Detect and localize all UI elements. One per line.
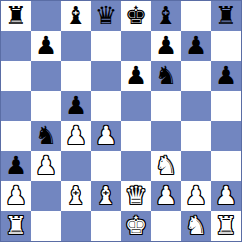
square-h7[interactable] (211, 31, 241, 61)
square-e7[interactable] (121, 31, 151, 61)
square-h1[interactable]: ♜ (211, 211, 241, 241)
square-e5[interactable] (121, 91, 151, 121)
square-d1[interactable] (91, 211, 121, 241)
square-f6[interactable]: ♞ (151, 61, 181, 91)
chess-board: ♜♝♛♚♝♜♟♟♟♟♞♟♟♞♟♟♟♟♞♟♝♝♛♟♟♟♜♚♞♜ (0, 0, 242, 242)
square-c5[interactable]: ♟ (61, 91, 91, 121)
square-c8[interactable]: ♝ (61, 1, 91, 31)
square-f8[interactable]: ♝ (151, 1, 181, 31)
square-d8[interactable]: ♛ (91, 1, 121, 31)
square-e1[interactable]: ♚ (121, 211, 151, 241)
square-g7[interactable]: ♟ (181, 31, 211, 61)
square-h8[interactable]: ♜ (211, 1, 241, 31)
white-knight-piece[interactable]: ♞ (155, 153, 177, 178)
square-a2[interactable]: ♟ (1, 181, 31, 211)
white-bishop-piece[interactable]: ♝ (95, 183, 117, 208)
square-e8[interactable]: ♚ (121, 1, 151, 31)
square-h6[interactable]: ♟ (211, 61, 241, 91)
square-h5[interactable] (211, 91, 241, 121)
black-pawn-piece[interactable]: ♟ (185, 33, 207, 58)
square-b4[interactable]: ♞ (31, 121, 61, 151)
square-g3[interactable] (181, 151, 211, 181)
white-pawn-piece[interactable]: ♟ (65, 123, 87, 148)
square-a6[interactable] (1, 61, 31, 91)
black-king-piece[interactable]: ♚ (125, 3, 147, 28)
square-e4[interactable] (121, 121, 151, 151)
square-e6[interactable]: ♟ (121, 61, 151, 91)
white-rook-piece[interactable]: ♜ (5, 213, 27, 238)
square-d6[interactable] (91, 61, 121, 91)
square-e2[interactable]: ♛ (121, 181, 151, 211)
white-knight-piece[interactable]: ♞ (185, 213, 207, 238)
square-c2[interactable]: ♝ (61, 181, 91, 211)
square-c6[interactable] (61, 61, 91, 91)
square-e3[interactable] (121, 151, 151, 181)
square-h3[interactable] (211, 151, 241, 181)
white-pawn-piece[interactable]: ♟ (185, 183, 207, 208)
white-pawn-piece[interactable]: ♟ (95, 123, 117, 148)
black-bishop-piece[interactable]: ♝ (155, 3, 177, 28)
square-f2[interactable]: ♟ (151, 181, 181, 211)
white-pawn-piece[interactable]: ♟ (155, 183, 177, 208)
square-f5[interactable] (151, 91, 181, 121)
black-pawn-piece[interactable]: ♟ (125, 63, 147, 88)
square-d5[interactable] (91, 91, 121, 121)
square-c3[interactable] (61, 151, 91, 181)
black-pawn-piece[interactable]: ♟ (5, 153, 27, 178)
square-b5[interactable] (31, 91, 61, 121)
black-knight-piece[interactable]: ♞ (35, 123, 57, 148)
white-pawn-piece[interactable]: ♟ (5, 183, 27, 208)
white-pawn-piece[interactable]: ♟ (35, 153, 57, 178)
square-b3[interactable]: ♟ (31, 151, 61, 181)
square-b7[interactable]: ♟ (31, 31, 61, 61)
square-a8[interactable]: ♜ (1, 1, 31, 31)
square-d7[interactable] (91, 31, 121, 61)
square-c1[interactable] (61, 211, 91, 241)
square-b8[interactable] (31, 1, 61, 31)
square-g2[interactable]: ♟ (181, 181, 211, 211)
white-king-piece[interactable]: ♚ (125, 213, 147, 238)
square-h2[interactable]: ♟ (211, 181, 241, 211)
square-a5[interactable] (1, 91, 31, 121)
square-a3[interactable]: ♟ (1, 151, 31, 181)
square-b2[interactable] (31, 181, 61, 211)
square-g1[interactable]: ♞ (181, 211, 211, 241)
square-g4[interactable] (181, 121, 211, 151)
square-h4[interactable] (211, 121, 241, 151)
square-f4[interactable] (151, 121, 181, 151)
white-bishop-piece[interactable]: ♝ (65, 183, 87, 208)
square-a4[interactable] (1, 121, 31, 151)
white-queen-piece[interactable]: ♛ (125, 183, 147, 208)
square-d3[interactable] (91, 151, 121, 181)
square-d2[interactable]: ♝ (91, 181, 121, 211)
square-a1[interactable]: ♜ (1, 211, 31, 241)
square-f3[interactable]: ♞ (151, 151, 181, 181)
black-rook-piece[interactable]: ♜ (5, 3, 27, 28)
black-pawn-piece[interactable]: ♟ (65, 93, 87, 118)
square-f7[interactable]: ♟ (151, 31, 181, 61)
black-knight-piece[interactable]: ♞ (155, 63, 177, 88)
square-b6[interactable] (31, 61, 61, 91)
black-pawn-piece[interactable]: ♟ (155, 33, 177, 58)
black-pawn-piece[interactable]: ♟ (215, 63, 237, 88)
square-f1[interactable] (151, 211, 181, 241)
black-queen-piece[interactable]: ♛ (95, 3, 117, 28)
square-d4[interactable]: ♟ (91, 121, 121, 151)
square-a7[interactable] (1, 31, 31, 61)
white-pawn-piece[interactable]: ♟ (215, 183, 237, 208)
black-rook-piece[interactable]: ♜ (215, 3, 237, 28)
square-g8[interactable] (181, 1, 211, 31)
square-b1[interactable] (31, 211, 61, 241)
square-c7[interactable] (61, 31, 91, 61)
black-pawn-piece[interactable]: ♟ (35, 33, 57, 58)
white-rook-piece[interactable]: ♜ (215, 213, 237, 238)
square-g5[interactable] (181, 91, 211, 121)
square-c4[interactable]: ♟ (61, 121, 91, 151)
black-bishop-piece[interactable]: ♝ (65, 3, 87, 28)
square-g6[interactable] (181, 61, 211, 91)
